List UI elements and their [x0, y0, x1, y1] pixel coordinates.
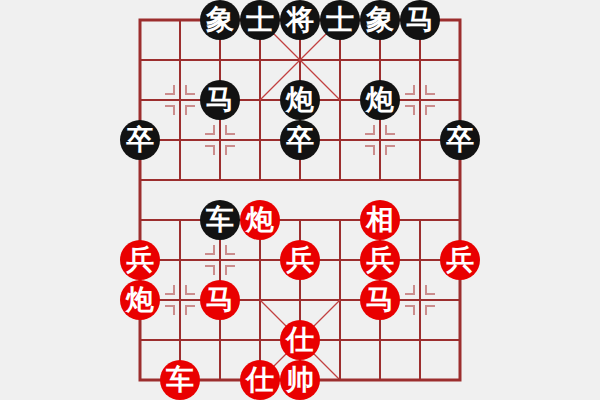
piece-red-cannon[interactable]: 炮	[240, 200, 280, 240]
piece-red-pawn[interactable]: 兵	[360, 240, 400, 280]
piece-black-advisor[interactable]: 士	[320, 0, 360, 40]
piece-black-advisor[interactable]: 士	[240, 0, 280, 40]
piece-red-horse[interactable]: 马	[360, 280, 400, 320]
piece-black-elephant[interactable]: 象	[360, 0, 400, 40]
piece-black-pawn[interactable]: 卒	[440, 120, 480, 160]
piece-red-cannon[interactable]: 炮	[120, 280, 160, 320]
xiangqi-board[interactable]: 象士将士象马马炮炮卒卒卒车炮相兵兵兵兵炮马马仕车仕帅	[0, 0, 600, 400]
piece-red-chariot[interactable]: 车	[160, 360, 200, 400]
piece-red-king[interactable]: 帅	[280, 360, 320, 400]
piece-red-elephant[interactable]: 相	[360, 200, 400, 240]
piece-black-chariot[interactable]: 车	[200, 200, 240, 240]
piece-black-cannon[interactable]: 炮	[360, 80, 400, 120]
piece-red-advisor[interactable]: 仕	[280, 320, 320, 360]
piece-black-horse[interactable]: 马	[200, 80, 240, 120]
piece-red-pawn[interactable]: 兵	[280, 240, 320, 280]
pieces-layer: 象士将士象马马炮炮卒卒卒车炮相兵兵兵兵炮马马仕车仕帅	[120, 0, 480, 400]
piece-black-horse[interactable]: 马	[400, 0, 440, 40]
piece-red-pawn[interactable]: 兵	[120, 240, 160, 280]
piece-black-elephant[interactable]: 象	[200, 0, 240, 40]
piece-black-cannon[interactable]: 炮	[280, 80, 320, 120]
piece-black-pawn[interactable]: 卒	[120, 120, 160, 160]
piece-red-horse[interactable]: 马	[200, 280, 240, 320]
piece-black-pawn[interactable]: 卒	[280, 120, 320, 160]
piece-red-advisor[interactable]: 仕	[240, 360, 280, 400]
piece-red-pawn[interactable]: 兵	[440, 240, 480, 280]
piece-black-king[interactable]: 将	[280, 0, 320, 40]
